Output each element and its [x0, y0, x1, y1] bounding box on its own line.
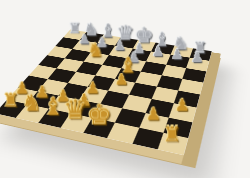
piece-gold-king-e1[interactable]: ♚ — [82, 101, 115, 129]
piece-gold-pawn-e4[interactable]: ♟ — [107, 72, 136, 87]
piece-silver-pawn-h7[interactable]: ♟ — [184, 51, 211, 65]
piece-gold-knight-c6[interactable]: ♞ — [83, 40, 109, 59]
piece-gold-rook-h1[interactable]: ♜ — [155, 124, 190, 145]
product-photo: ♜♞♝♛♚♝♞♜♟♟♟♟♟♟♟♟♞♝♟♟♟♟♟♟♟♟♜♞♝♛♚♜ — [0, 0, 250, 178]
chess-board: ♜♞♝♛♚♝♞♜♟♟♟♟♟♟♟♟♞♝♟♟♟♟♟♟♟♟♜♞♝♛♚♜ — [0, 29, 212, 155]
piece-gold-pawn-h3[interactable]: ♟ — [167, 97, 198, 114]
